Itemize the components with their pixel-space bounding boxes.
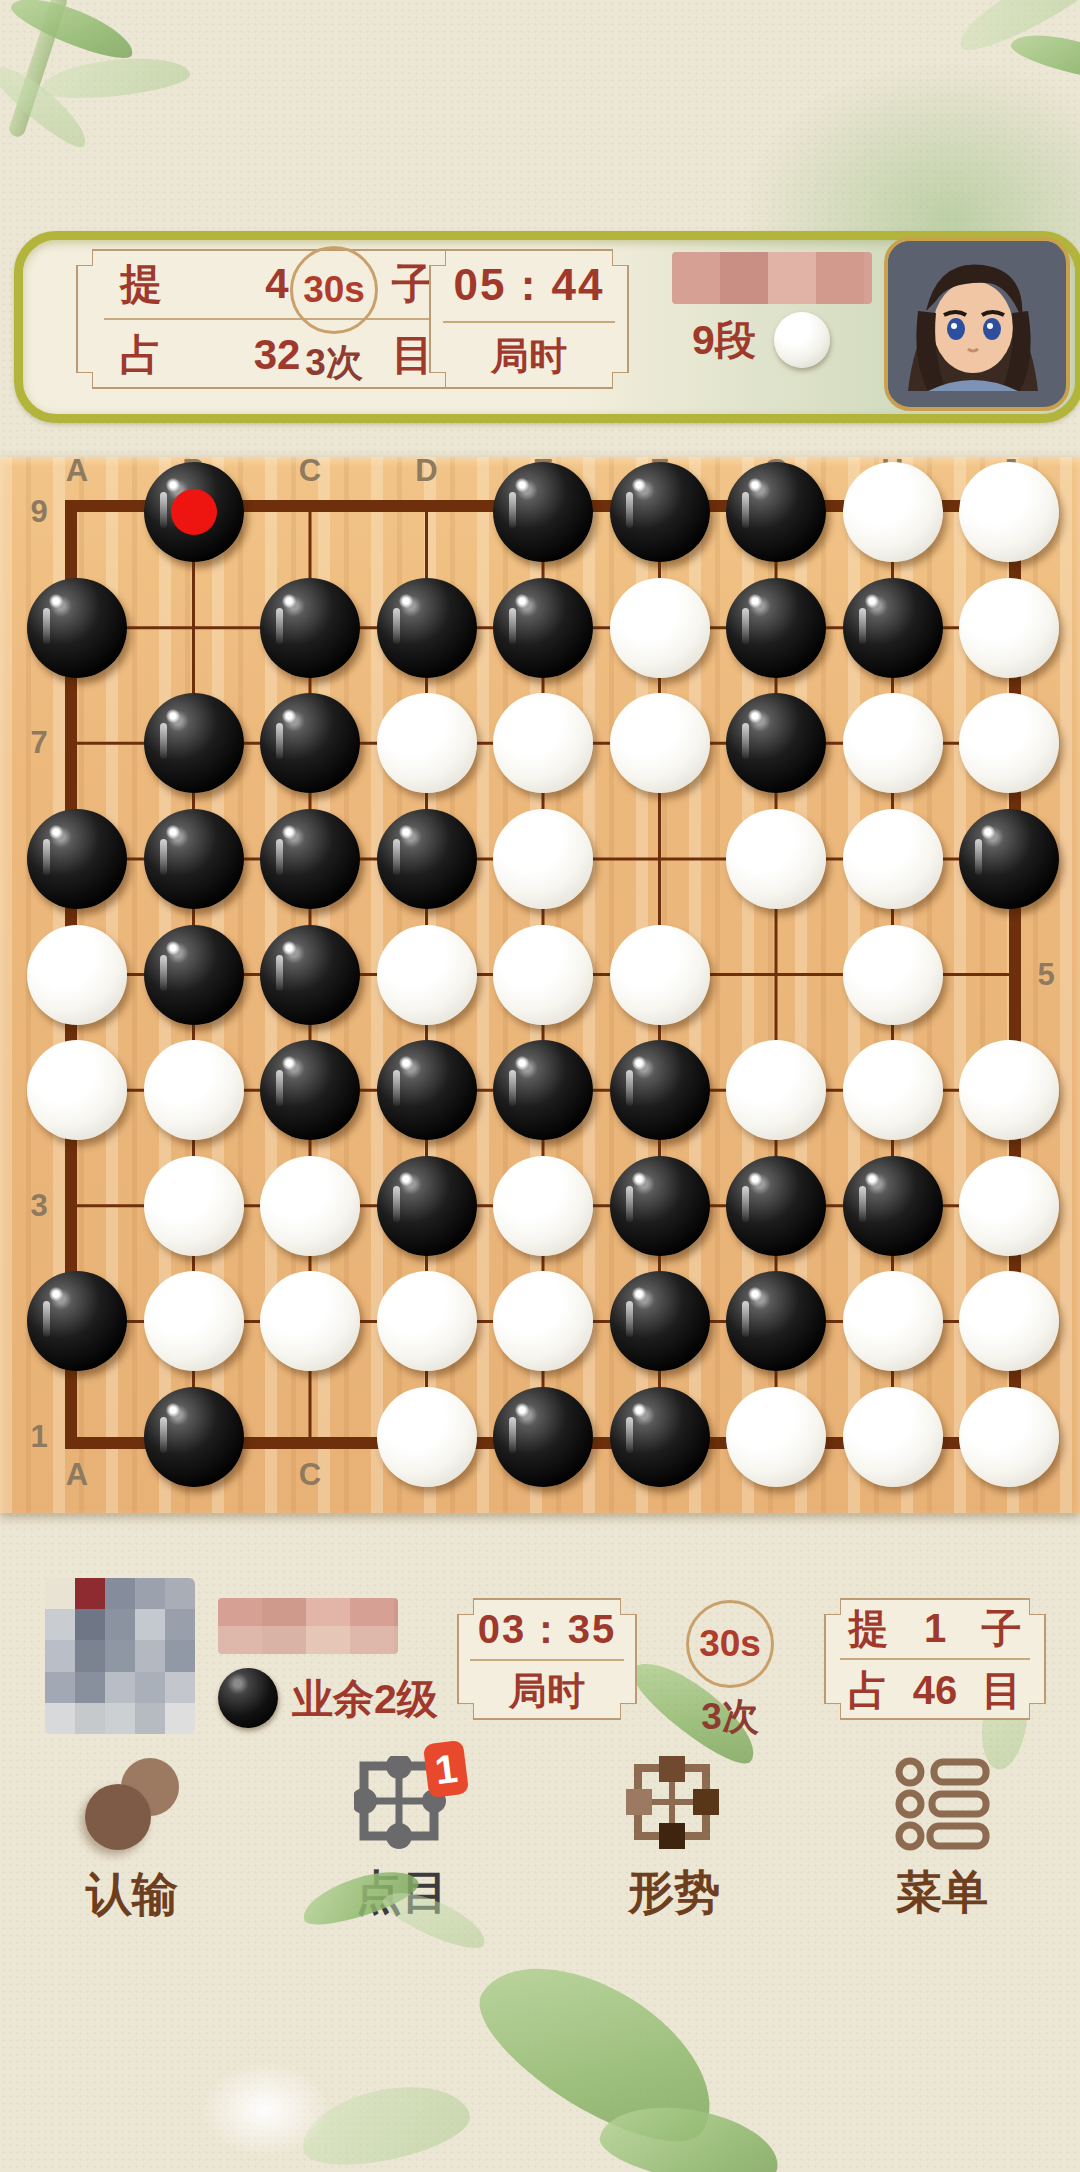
box-divider [470,1659,625,1661]
intersection-A8[interactable] [19,570,136,686]
intersection-A1[interactable] [19,1379,136,1495]
white-stone-E7 [493,693,593,793]
white-stone-E5 [493,925,593,1025]
intersection-G5[interactable] [718,917,835,1033]
white-stone-J3 [959,1156,1059,1256]
intersection-F3[interactable] [601,1148,718,1264]
go-board[interactable]: AABBCCDDEEFFGGHHJJ998877665544332211 [0,457,1080,1513]
bamboo-leaf [1008,26,1080,86]
resign-stones-icon [77,1758,187,1854]
white-player-name-blurred [672,252,872,304]
resign-label: 认输 [86,1864,178,1926]
black-stone-D6 [377,809,477,909]
intersection-E5[interactable] [485,917,602,1033]
bamboo-leaf [6,0,139,67]
intersection-D5[interactable] [368,917,485,1033]
white-stone-H6 [843,809,943,909]
intersection-G7[interactable] [718,685,835,801]
intersection-C4[interactable] [252,1032,369,1148]
black-stone-D8 [377,578,477,678]
intersection-F6[interactable] [601,801,718,917]
intersection-B6[interactable] [135,801,252,917]
white-stone-G4 [726,1040,826,1140]
black-captures-box: 提 1 子 占 46 目 [824,1598,1046,1720]
white-stone-J4 [959,1040,1059,1140]
black-stone-G8 [726,578,826,678]
white-stone-B2 [144,1271,244,1371]
intersection-C5[interactable] [252,917,369,1033]
territory-unit: 目 [392,334,434,376]
time-label: 局时 [491,337,567,375]
white-stone-J2 [959,1271,1059,1371]
intersection-F4[interactable] [601,1032,718,1148]
white-stone-E2 [493,1271,593,1371]
black-stone-C7 [260,693,360,793]
white-main-time: 05 : 44 [454,263,605,307]
intersection-J7[interactable] [951,685,1068,801]
intersection-H9[interactable] [834,454,951,570]
influence-button[interactable]: 形势 [564,1756,784,1924]
intersection-H4[interactable] [834,1032,951,1148]
white-stone-C2 [260,1271,360,1371]
white-stone-C3 [260,1156,360,1256]
white-stone-D2 [377,1271,477,1371]
intersection-C6[interactable] [252,801,369,917]
white-stone-indicator [774,312,830,368]
time-label: 局时 [509,1672,585,1710]
intersection-F5[interactable] [601,917,718,1033]
black-stone-E1 [493,1387,593,1487]
black-stone-F3 [610,1156,710,1256]
black-stone-F1 [610,1387,710,1487]
influence-label: 形势 [628,1862,720,1924]
intersection-E6[interactable] [485,801,602,917]
black-stone-F9 [610,462,710,562]
territory-unit: 目 [982,1670,1022,1710]
intersection-C8[interactable] [252,570,369,686]
territory-label: 占 [848,1670,888,1710]
menu-label: 菜单 [896,1862,988,1924]
intersection-H7[interactable] [834,685,951,801]
white-stone-B3 [144,1156,244,1256]
intersection-B5[interactable] [135,917,252,1033]
intersection-D9[interactable] [368,454,485,570]
intersection-B4[interactable] [135,1032,252,1148]
white-stone-H9 [843,462,943,562]
intersection-H6[interactable] [834,801,951,917]
black-stone-J6 [959,809,1059,909]
white-stone-J8 [959,578,1059,678]
intersection-C7[interactable] [252,685,369,801]
white-captures-box: 提 4 子 占 32 目 [76,249,478,389]
white-stone-J7 [959,693,1059,793]
menu-list-icon [894,1756,990,1852]
intersection-E3[interactable] [485,1148,602,1264]
intersection-D8[interactable] [368,570,485,686]
intersection-B3[interactable] [135,1148,252,1264]
intersection-A6[interactable] [19,801,136,917]
intersection-E4[interactable] [485,1032,602,1148]
intersection-H5[interactable] [834,917,951,1033]
intersection-E9[interactable] [485,454,602,570]
stones-layer [19,454,1068,1495]
white-stone-F8 [610,578,710,678]
intersection-G9[interactable] [718,454,835,570]
intersection-C1[interactable] [252,1379,369,1495]
intersection-C2[interactable] [252,1264,369,1380]
black-stone-A8 [27,578,127,678]
black-rank: 业余2级 [292,1672,438,1727]
captures-unit: 子 [392,263,434,305]
intersection-F7[interactable] [601,685,718,801]
white-stone-G6 [726,809,826,909]
byoyomi-periods: 3次 [305,338,363,388]
bamboo-leaf [39,52,192,103]
influence-grid-icon [626,1756,722,1852]
intersection-C3[interactable] [252,1148,369,1264]
intersection-G8[interactable] [718,570,835,686]
intersection-D2[interactable] [368,1264,485,1380]
intersection-E7[interactable] [485,685,602,801]
intersection-H3[interactable] [834,1148,951,1264]
white-stone-E6 [493,809,593,909]
intersection-A3[interactable] [19,1148,136,1264]
territory-value: 46 [913,1670,958,1710]
last-move-marker [171,489,217,535]
black-stone-C6 [260,809,360,909]
intersection-A5[interactable] [19,917,136,1033]
intersection-F2[interactable] [601,1264,718,1380]
black-byoyomi: 30s 3次 [686,1600,774,1742]
intersection-C9[interactable] [252,454,369,570]
intersection-J9[interactable] [951,454,1068,570]
black-stone-G9 [726,462,826,562]
black-stone-D4 [377,1040,477,1140]
intersection-D4[interactable] [368,1032,485,1148]
intersection-H8[interactable] [834,570,951,686]
black-stone-C8 [260,578,360,678]
black-stone-F2 [610,1271,710,1371]
black-stone-G7 [726,693,826,793]
avatar-illustration [888,241,1058,399]
intersection-F8[interactable] [601,570,718,686]
captures-value: 1 [924,1608,946,1648]
intersection-H1[interactable] [834,1379,951,1495]
white-time-box: 05 : 44 局时 [429,249,629,389]
white-stone-A5 [27,925,127,1025]
intersection-G1[interactable] [718,1379,835,1495]
intersection-B7[interactable] [135,685,252,801]
white-player-avatar[interactable] [884,237,1070,411]
intersection-G3[interactable] [718,1148,835,1264]
black-stone-B1 [144,1387,244,1487]
white-rank-line: 9段 [692,312,830,368]
black-stone-H3 [843,1156,943,1256]
intersection-J6[interactable] [951,801,1068,917]
black-stone-G3 [726,1156,826,1256]
box-divider [104,318,450,320]
white-stone-H7 [843,693,943,793]
white-stone-A4 [27,1040,127,1140]
black-stone-D3 [377,1156,477,1256]
menu-button[interactable]: 菜单 [832,1756,1052,1924]
intersection-H2[interactable] [834,1264,951,1380]
captures-unit: 子 [982,1608,1022,1648]
box-divider [443,321,615,323]
black-stone-C4 [260,1040,360,1140]
black-stone-A2 [27,1271,127,1371]
black-stone-B6 [144,809,244,909]
territory-label: 占 [120,334,162,376]
captures-label: 提 [848,1608,888,1648]
white-territory-row: 占 32 目 [120,334,434,376]
captures-label: 提 [120,263,162,305]
intersection-B2[interactable] [135,1264,252,1380]
byoyomi-seconds: 30s [290,246,378,334]
black-time-box: 03 : 35 局时 [457,1598,637,1720]
resign-button[interactable]: 认输 [22,1758,242,1926]
black-territory-row: 占 46 目 [848,1670,1021,1710]
black-stone-C5 [260,925,360,1025]
white-stone-D7 [377,693,477,793]
white-stone-H2 [843,1271,943,1371]
intersection-E1[interactable] [485,1379,602,1495]
black-stone-F4 [610,1040,710,1140]
black-player-avatar-blurred[interactable] [45,1578,195,1734]
white-stone-D1 [377,1387,477,1487]
intersection-J1[interactable] [951,1379,1068,1495]
white-stone-E3 [493,1156,593,1256]
black-main-time: 03 : 35 [478,1609,617,1649]
box-divider [840,1658,1031,1660]
intersection-A4[interactable] [19,1032,136,1148]
black-stone-E4 [493,1040,593,1140]
intersection-A7[interactable] [19,685,136,801]
black-stone-E9 [493,462,593,562]
intersection-J5[interactable] [951,917,1068,1033]
black-stone-E8 [493,578,593,678]
intersection-G4[interactable] [718,1032,835,1148]
intersection-F9[interactable] [601,454,718,570]
black-captures-row: 提 1 子 [848,1608,1021,1648]
white-stone-B4 [144,1040,244,1140]
white-stone-G1 [726,1387,826,1487]
byoyomi-seconds: 30s [686,1600,774,1688]
intersection-D6[interactable] [368,801,485,917]
white-ellipse-decoration [200,2062,330,2157]
intersection-E2[interactable] [485,1264,602,1380]
intersection-A9[interactable] [19,454,136,570]
intersection-J4[interactable] [951,1032,1068,1148]
white-stone-J1 [959,1387,1059,1487]
intersection-D7[interactable] [368,685,485,801]
white-byoyomi: 30s 3次 [290,246,378,388]
white-stone-F5 [610,925,710,1025]
white-stone-J9 [959,462,1059,562]
white-captures-row: 提 4 子 [120,263,434,305]
black-stone-B9 [144,462,244,562]
white-stone-H5 [843,925,943,1025]
intersection-J3[interactable] [951,1148,1068,1264]
intersection-E8[interactable] [485,570,602,686]
black-stone-indicator [218,1668,278,1728]
black-stone-G2 [726,1271,826,1371]
byoyomi-periods: 3次 [701,1692,759,1742]
intersection-J2[interactable] [951,1264,1068,1380]
intersection-J8[interactable] [951,570,1068,686]
black-stone-A6 [27,809,127,909]
intersection-G6[interactable] [718,801,835,917]
white-stone-F7 [610,693,710,793]
intersection-B8[interactable] [135,570,252,686]
intersection-B1[interactable] [135,1379,252,1495]
black-stone-B5 [144,925,244,1025]
white-stone-H1 [843,1387,943,1487]
white-stone-D5 [377,925,477,1025]
intersection-D3[interactable] [368,1148,485,1264]
count-grid-icon: 1 [354,1756,450,1852]
white-stone-H4 [843,1040,943,1140]
intersection-F1[interactable] [601,1379,718,1495]
black-stone-B7 [144,693,244,793]
count-badge: 1 [423,1740,469,1798]
white-rank: 9段 [692,313,756,368]
black-stone-H8 [843,578,943,678]
intersection-B9[interactable] [135,454,252,570]
intersection-A2[interactable] [19,1264,136,1380]
intersection-G2[interactable] [718,1264,835,1380]
black-player-name-blurred [218,1598,398,1654]
captures-value: 4 [265,263,288,305]
intersection-D1[interactable] [368,1379,485,1495]
